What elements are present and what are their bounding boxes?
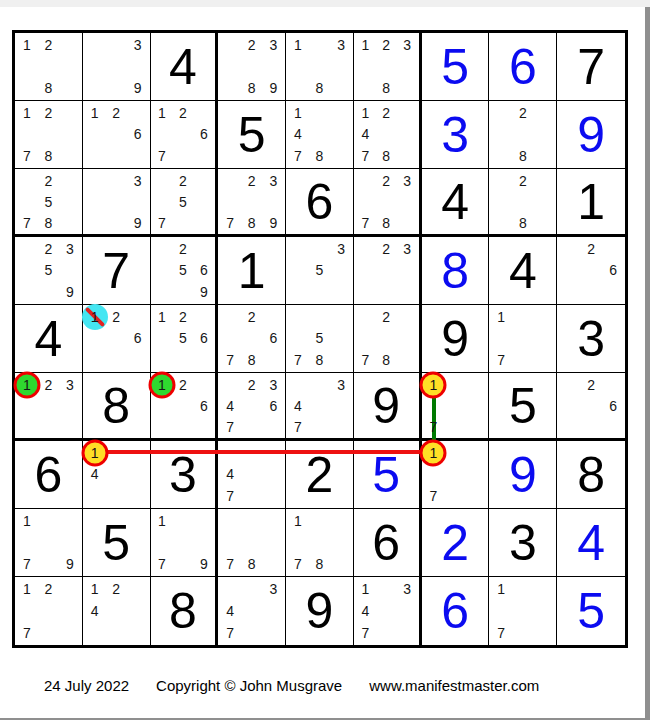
candidate-slot-6 — [534, 124, 556, 146]
candidate-slot-4 — [287, 56, 309, 78]
given-digit: 5 — [509, 381, 537, 431]
candidate-slot-6 — [330, 260, 352, 282]
candidate-digit: 6 — [134, 331, 142, 345]
candidate-slot-6 — [59, 532, 81, 554]
candidate-slot-9 — [193, 145, 214, 167]
candidate-digit: 2 — [587, 378, 595, 392]
candidate-slot-7 — [152, 349, 173, 371]
candidate-slot-6 — [397, 328, 418, 350]
candidate-digit: 8 — [248, 216, 256, 230]
candidate-slot-2: 2 — [241, 170, 263, 191]
candidate-slot-4 — [355, 191, 376, 212]
candidate-digit: 2 — [112, 582, 120, 596]
candidate-slot-9: 9 — [59, 553, 81, 575]
candidate-slot-8 — [376, 622, 397, 644]
candidate-slot-1: 1 — [152, 306, 173, 328]
candidate-digit: 3 — [403, 582, 411, 596]
candidate-slot-8 — [105, 349, 127, 371]
candidate-slot-3 — [193, 170, 214, 191]
candidate-digit: 1 — [23, 106, 31, 120]
cell-r7c7[interactable]: 17 — [422, 441, 490, 509]
candidate-digit: 8 — [44, 149, 52, 163]
candidate-digit: 9 — [200, 285, 208, 299]
candidate-digit: 2 — [519, 106, 527, 120]
candidate-slot-4 — [152, 191, 173, 212]
candidate-digit: 5 — [179, 263, 187, 277]
candidate-slot-9 — [397, 281, 418, 303]
candidate-slot-4 — [219, 191, 241, 212]
cell-r1c9[interactable]: 7 — [557, 33, 625, 101]
candidate-slot-4 — [84, 124, 106, 146]
footer-copyright: Copyright © John Musgrave — [156, 677, 342, 694]
candidate-slot-7 — [355, 77, 376, 99]
candidate-slot-5: 5 — [172, 328, 193, 350]
candidate-digit: 7 — [361, 149, 369, 163]
candidate-slot-5 — [309, 395, 331, 416]
cell-r2c7[interactable]: 3 — [422, 101, 490, 169]
cell-r1c7[interactable]: 5 — [422, 33, 490, 101]
candidate-digit: 5 — [44, 263, 52, 277]
candidate-slot-7: 7 — [152, 145, 173, 167]
cell-r1c2[interactable]: 39 — [83, 33, 151, 101]
candidate-slot-4: 4 — [84, 600, 106, 622]
candidate-slot-4 — [219, 328, 241, 350]
candidate-digit: 1 — [91, 106, 99, 120]
cell-r1c1[interactable]: 128 — [15, 33, 83, 101]
given-digit: 9 — [441, 314, 469, 364]
candidate-slot-1: 1 — [287, 102, 309, 124]
cell-r8c9[interactable]: 4 — [557, 509, 625, 577]
candidate-slot-5 — [38, 600, 60, 622]
candidate-digit: 7 — [23, 149, 31, 163]
candidate-slot-4: 4 — [219, 600, 241, 622]
candidate-slot-5 — [512, 328, 534, 350]
candidate-slot-7 — [287, 281, 309, 303]
candidate-digit: 3 — [269, 582, 277, 596]
cell-r6c1[interactable]: 123 — [15, 373, 83, 441]
candidate-slot-1: 1 — [16, 374, 38, 395]
cell-r6c3[interactable]: 126 — [151, 373, 219, 441]
cell-r8c1[interactable]: 179 — [15, 509, 83, 577]
cell-r1c5[interactable]: 138 — [286, 33, 354, 101]
candidate-digit: 3 — [66, 242, 74, 256]
candidate-slot-9 — [330, 553, 352, 575]
candidate-slot-1 — [152, 170, 173, 191]
candidate-digit: 2 — [44, 174, 52, 188]
candidate-slot-2 — [172, 510, 193, 532]
cell-r6c9[interactable]: 26 — [557, 373, 625, 441]
cell-r6c8[interactable]: 5 — [489, 373, 557, 441]
candidate-slot-3 — [263, 510, 285, 532]
candidate-digit: 7 — [23, 216, 31, 230]
candidate-slot-2 — [241, 578, 263, 600]
candidate-slot-2: 2 — [105, 102, 127, 124]
candidate-slot-6 — [397, 124, 418, 146]
candidate-slot-1: 1 — [84, 578, 106, 600]
candidate-slot-6 — [330, 395, 352, 416]
candidate-slot-3 — [534, 306, 556, 328]
candidate-slot-5: 5 — [38, 191, 60, 212]
candidate-slot-5 — [580, 395, 602, 416]
given-digit: 6 — [34, 450, 62, 500]
candidate-digit: 2 — [179, 310, 187, 324]
candidate-digit: 2 — [179, 174, 187, 188]
candidate-slot-6 — [534, 600, 556, 622]
cell-r4c6[interactable]: 23 — [354, 237, 422, 305]
candidate-slot-9: 9 — [193, 553, 214, 575]
candidate-slot-3 — [193, 306, 214, 328]
candidate-slot-3: 3 — [59, 238, 81, 260]
candidate-slot-9: 9 — [127, 212, 149, 233]
candidate-slot-1 — [490, 102, 512, 124]
candidate-slot-7 — [84, 485, 106, 507]
candidate-slot-9: 9 — [263, 212, 285, 233]
candidate-slot-2: 2 — [376, 306, 397, 328]
cell-r8c4[interactable]: 78 — [218, 509, 286, 577]
candidate-digit: 8 — [316, 353, 324, 367]
candidate-slot-8 — [172, 416, 193, 437]
candidate-digit: 1 — [361, 582, 369, 596]
candidate-slot-8 — [309, 416, 331, 437]
candidate-slot-4 — [287, 532, 309, 554]
candidate-slot-7: 7 — [490, 349, 512, 371]
candidate-slot-8 — [38, 553, 60, 575]
candidate-slot-8 — [512, 349, 534, 371]
candidate-digit: 7 — [226, 216, 234, 230]
cell-r1c8[interactable]: 6 — [489, 33, 557, 101]
cell-r2c9[interactable]: 9 — [557, 101, 625, 169]
candidate-slot-1 — [355, 170, 376, 191]
candidate-slot-7: 7 — [152, 553, 173, 575]
candidate-slot-5 — [241, 395, 263, 416]
candidate-slot-4: 4 — [84, 464, 106, 486]
candidate-slot-7 — [355, 281, 376, 303]
candidate-digit: 1 — [294, 38, 302, 52]
cell-r3c3[interactable]: 257 — [151, 169, 219, 237]
candidate-slot-4: 4 — [355, 600, 376, 622]
candidate-digit: 7 — [361, 626, 369, 640]
candidate-slot-3: 3 — [397, 170, 418, 191]
candidate-slot-1 — [16, 170, 38, 191]
candidate-slot-8 — [172, 349, 193, 371]
cell-r2c5[interactable]: 1478 — [286, 101, 354, 169]
candidate-slot-5: 5 — [172, 260, 193, 282]
cell-r4c4[interactable]: 1 — [218, 237, 286, 305]
candidate-digit: 4 — [294, 399, 302, 413]
candidate-digit: 3 — [134, 174, 142, 188]
cell-r4c9[interactable]: 26 — [557, 237, 625, 305]
candidate-slot-7: 7 — [355, 349, 376, 371]
candidate-slot-5 — [172, 124, 193, 146]
cell-r2c6[interactable]: 12478 — [354, 101, 422, 169]
candidate-digit: 2 — [44, 38, 52, 52]
candidate-slot-8: 8 — [38, 77, 60, 99]
candidate-slot-1 — [84, 34, 106, 56]
cell-r8c6[interactable]: 6 — [354, 509, 422, 577]
candidate-digit: 8 — [382, 353, 390, 367]
candidate-slot-3: 3 — [330, 34, 352, 56]
candidate-slot-5 — [241, 191, 263, 212]
candidate-digit: 9 — [66, 285, 74, 299]
candidate-slot-1 — [490, 170, 512, 191]
candidate-slot-3 — [330, 102, 352, 124]
candidate-digit: 3 — [403, 38, 411, 52]
candidate-slot-2: 2 — [105, 306, 127, 328]
candidate-slot-7: 7 — [219, 349, 241, 371]
candidate-slot-5 — [376, 124, 397, 146]
candidate-slot-3 — [466, 374, 488, 395]
candidate-slot-4 — [423, 464, 445, 486]
candidate-slot-8: 8 — [241, 349, 263, 371]
candidate-slot-6: 6 — [263, 395, 285, 416]
given-digit: 8 — [169, 586, 197, 636]
candidate-slot-4 — [355, 260, 376, 282]
cell-r1c3[interactable]: 4 — [151, 33, 219, 101]
given-digit: 6 — [306, 177, 334, 227]
candidate-slot-2: 2 — [512, 102, 534, 124]
cell-r9c5[interactable]: 9 — [286, 577, 354, 645]
candidate-slot-4 — [16, 600, 38, 622]
cell-r3c9[interactable]: 1 — [557, 169, 625, 237]
cell-r3c5[interactable]: 6 — [286, 169, 354, 237]
cell-r4c5[interactable]: 35 — [286, 237, 354, 305]
solved-digit: 5 — [577, 586, 605, 636]
cell-r6c4[interactable]: 23467 — [218, 373, 286, 441]
cell-r3c8[interactable]: 28 — [489, 169, 557, 237]
candidate-slot-1: 1 — [152, 102, 173, 124]
window-right-edge — [645, 7, 650, 718]
candidate-slot-2: 2 — [241, 34, 263, 56]
candidate-slot-5 — [241, 328, 263, 350]
candidate-slot-7 — [490, 145, 512, 167]
candidate-digit: 3 — [269, 174, 277, 188]
cell-r9c9[interactable]: 5 — [557, 577, 625, 645]
candidate-digit: 2 — [519, 174, 527, 188]
candidate-slot-6 — [466, 395, 488, 416]
candidate-slot-6 — [534, 328, 556, 350]
candidate-digit: 7 — [226, 557, 234, 571]
candidate-slot-5 — [309, 532, 331, 554]
candidate-slot-5 — [105, 464, 127, 486]
candidate-slot-7 — [84, 622, 106, 644]
candidate-digit: 5 — [316, 263, 324, 277]
candidate-digit: 3 — [66, 378, 74, 392]
candidate-slot-7: 7 — [355, 145, 376, 167]
candidate-slot-2: 2 — [38, 374, 60, 395]
candidate-slot-9 — [330, 145, 352, 167]
candidate-slot-5 — [444, 464, 466, 486]
cell-r7c1[interactable]: 6 — [15, 441, 83, 509]
candidate-slot-5 — [241, 464, 263, 486]
candidate-slot-7 — [490, 212, 512, 233]
cell-r6c6[interactable]: 9 — [354, 373, 422, 441]
candidate-digit: 7 — [430, 489, 438, 503]
candidate-slot-2 — [105, 170, 127, 191]
cell-r3c2[interactable]: 39 — [83, 169, 151, 237]
candidate-digit: 1 — [294, 514, 302, 528]
candidate-digit: 2 — [179, 378, 187, 392]
candidate-slot-9 — [330, 349, 352, 371]
candidate-digit: 7 — [158, 557, 166, 571]
cell-r9c2[interactable]: 124 — [83, 577, 151, 645]
cell-r8c7[interactable]: 2 — [422, 509, 490, 577]
candidate-slot-3: 3 — [263, 578, 285, 600]
candidate-slot-3 — [534, 170, 556, 191]
candidate-slot-3 — [330, 306, 352, 328]
candidate-slot-5: 5 — [172, 191, 193, 212]
candidate-slot-9 — [59, 416, 81, 437]
cell-r5c3[interactable]: 1256 — [151, 305, 219, 373]
candidate-slot-6 — [397, 260, 418, 282]
candidate-slot-8 — [444, 416, 466, 437]
candidate-slot-8 — [309, 281, 331, 303]
candidate-slot-4 — [490, 600, 512, 622]
cell-r8c3[interactable]: 179 — [151, 509, 219, 577]
cell-r2c1[interactable]: 1278 — [15, 101, 83, 169]
candidate-slot-3 — [397, 102, 418, 124]
candidate-slot-2: 2 — [38, 102, 60, 124]
candidate-slot-7: 7 — [152, 212, 173, 233]
candidate-slot-9: 9 — [193, 281, 214, 303]
candidate-slot-9 — [263, 416, 285, 437]
given-digit: 8 — [577, 450, 605, 500]
cell-r5c2[interactable]: 126 — [83, 305, 151, 373]
candidate-slot-9 — [263, 485, 285, 507]
cell-r7c9[interactable]: 8 — [557, 441, 625, 509]
candidate-slot-9 — [397, 622, 418, 644]
cell-r9c4[interactable]: 347 — [218, 577, 286, 645]
cell-r4c7[interactable]: 8 — [422, 237, 490, 305]
candidate-slot-8: 8 — [241, 212, 263, 233]
cell-r8c5[interactable]: 178 — [286, 509, 354, 577]
candidate-slot-7 — [152, 416, 173, 437]
candidate-slot-3 — [263, 306, 285, 328]
cell-r9c3[interactable]: 8 — [151, 577, 219, 645]
cell-r5c1[interactable]: 4 — [15, 305, 83, 373]
candidate-slot-6: 6 — [127, 328, 149, 350]
cell-r9c7[interactable]: 6 — [422, 577, 490, 645]
candidate-slot-8 — [105, 212, 127, 233]
candidate-slot-8 — [172, 281, 193, 303]
cell-r3c7[interactable]: 4 — [422, 169, 490, 237]
candidate-slot-3: 3 — [330, 374, 352, 395]
candidate-slot-4: 4 — [219, 395, 241, 416]
cell-r1c4[interactable]: 2389 — [218, 33, 286, 101]
cell-r3c4[interactable]: 23789 — [218, 169, 286, 237]
candidate-slot-7: 7 — [423, 416, 445, 437]
cell-r2c4[interactable]: 5 — [218, 101, 286, 169]
cell-r8c8[interactable]: 3 — [489, 509, 557, 577]
cell-r5c8[interactable]: 17 — [489, 305, 557, 373]
given-digit: 4 — [169, 42, 197, 92]
cell-r9c8[interactable]: 17 — [489, 577, 557, 645]
cell-r4c3[interactable]: 2569 — [151, 237, 219, 305]
candidate-digit: 1 — [23, 514, 31, 528]
candidate-slot-2 — [444, 374, 466, 395]
cell-r5c5[interactable]: 578 — [286, 305, 354, 373]
candidate-digit: 2 — [248, 38, 256, 52]
candidate-slot-8: 8 — [376, 212, 397, 233]
cell-r1c6[interactable]: 1238 — [354, 33, 422, 101]
candidate-slot-8 — [172, 212, 193, 233]
cell-r6c2[interactable]: 8 — [83, 373, 151, 441]
cell-r6c5[interactable]: 347 — [286, 373, 354, 441]
candidate-digit: 4 — [91, 604, 99, 618]
candidate-slot-1 — [558, 374, 580, 395]
cell-r5c9[interactable]: 3 — [557, 305, 625, 373]
candidate-slot-6 — [263, 464, 285, 486]
candidate-slot-4 — [152, 124, 173, 146]
candidate-slot-6: 6 — [193, 124, 214, 146]
cell-r2c8[interactable]: 28 — [489, 101, 557, 169]
cell-r5c4[interactable]: 2678 — [218, 305, 286, 373]
candidate-slot-5 — [241, 532, 263, 554]
candidate-slot-5 — [512, 191, 534, 212]
candidate-digit: 6 — [269, 399, 277, 413]
candidate-digit: 4 — [226, 604, 234, 618]
cell-r4c1[interactable]: 2359 — [15, 237, 83, 305]
candidate-digit: 8 — [316, 149, 324, 163]
candidate-slot-6 — [59, 600, 81, 622]
candidate-slot-7 — [16, 281, 38, 303]
candidate-slot-1 — [16, 238, 38, 260]
cell-r7c8[interactable]: 9 — [489, 441, 557, 509]
candidate-slot-9 — [330, 281, 352, 303]
cell-r3c1[interactable]: 2578 — [15, 169, 83, 237]
cell-r5c6[interactable]: 278 — [354, 305, 422, 373]
candidate-slot-4: 4 — [287, 124, 309, 146]
candidate-digit: 4 — [294, 127, 302, 141]
cell-r4c2[interactable]: 7 — [83, 237, 151, 305]
candidate-digit: 2 — [382, 310, 390, 324]
candidate-digit: 2 — [112, 106, 120, 120]
cell-r8c2[interactable]: 5 — [83, 509, 151, 577]
candidate-slot-2: 2 — [376, 238, 397, 260]
given-digit: 2 — [306, 450, 334, 500]
candidate-slot-5 — [38, 124, 60, 146]
candidate-slot-9 — [397, 349, 418, 371]
candidate-slot-3 — [193, 510, 214, 532]
given-digit: 4 — [441, 177, 469, 227]
candidate-digit: 3 — [134, 38, 142, 52]
candidate-digit: 1 — [361, 38, 369, 52]
candidate-slot-3 — [127, 102, 149, 124]
candidate-slot-9 — [397, 145, 418, 167]
candidate-slot-6 — [127, 600, 149, 622]
candidate-slot-5 — [376, 56, 397, 78]
candidate-slot-2 — [376, 578, 397, 600]
cell-r5c7[interactable]: 9 — [422, 305, 490, 373]
candidate-slot-6 — [397, 600, 418, 622]
cell-r2c3[interactable]: 1267 — [151, 101, 219, 169]
candidate-slot-8: 8 — [376, 349, 397, 371]
candidate-slot-9 — [59, 145, 81, 167]
candidate-digit: 4 — [226, 467, 234, 481]
candidate-digit: 9 — [269, 81, 277, 95]
cell-r3c6[interactable]: 2378 — [354, 169, 422, 237]
candidate-digit: 3 — [269, 378, 277, 392]
cell-r2c2[interactable]: 126 — [83, 101, 151, 169]
candidate-slot-4 — [152, 328, 173, 350]
candidate-slot-1 — [219, 170, 241, 191]
candidate-digit: 8 — [248, 557, 256, 571]
cell-r9c6[interactable]: 1347 — [354, 577, 422, 645]
cell-r9c1[interactable]: 127 — [15, 577, 83, 645]
given-digit: 1 — [238, 246, 266, 296]
candidate-slot-7: 7 — [287, 145, 309, 167]
cell-r4c8[interactable]: 4 — [489, 237, 557, 305]
candidate-digit: 9 — [134, 216, 142, 230]
